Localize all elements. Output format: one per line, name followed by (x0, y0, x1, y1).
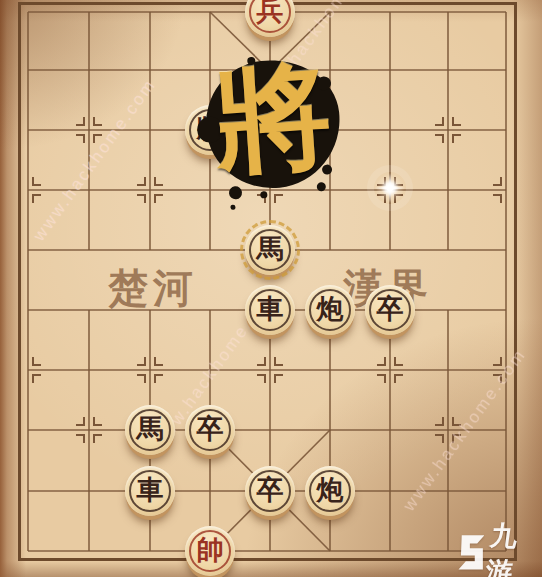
piece-卒[interactable]: 卒 (365, 285, 415, 335)
xiangqi-game-screen: 楚河 漢界 www.hackhome.com www.hackhome.com … (0, 0, 542, 577)
piece-卒[interactable]: 卒 (245, 466, 295, 516)
publisher-logo-icon (452, 533, 484, 575)
piece-glyph: 車 (257, 296, 284, 323)
piece-glyph: 炮 (317, 296, 344, 323)
piece-glyph: 卒 (197, 416, 224, 443)
publisher-logo: 九游 (452, 518, 542, 577)
check-announcement: 將 (196, 48, 350, 200)
piece-卒[interactable]: 卒 (185, 405, 235, 455)
piece-glyph: 帥 (197, 537, 224, 564)
piece-馬[interactable]: 馬 (125, 405, 175, 455)
piece-ring (249, 229, 291, 271)
piece-glyph: 兵 (257, 0, 284, 25)
piece-glyph: 卒 (257, 477, 284, 504)
publisher-logo-text: 九游 (483, 518, 542, 577)
piece-glyph: 卒 (377, 296, 404, 323)
piece-glyph: 車 (137, 477, 164, 504)
check-character: 將 (211, 57, 335, 181)
piece-glyph: 炮 (317, 477, 344, 504)
piece-glyph: 馬 (257, 236, 284, 263)
piece-glyph: 馬 (137, 416, 164, 443)
piece-炮[interactable]: 炮 (305, 466, 355, 516)
piece-炮[interactable]: 炮 (305, 285, 355, 335)
piece-兵[interactable]: 兵 (245, 0, 295, 37)
piece-馬[interactable]: 馬 (245, 225, 295, 275)
piece-帥[interactable]: 帥 (185, 526, 235, 576)
piece-車[interactable]: 車 (125, 466, 175, 516)
piece-車[interactable]: 車 (245, 285, 295, 335)
